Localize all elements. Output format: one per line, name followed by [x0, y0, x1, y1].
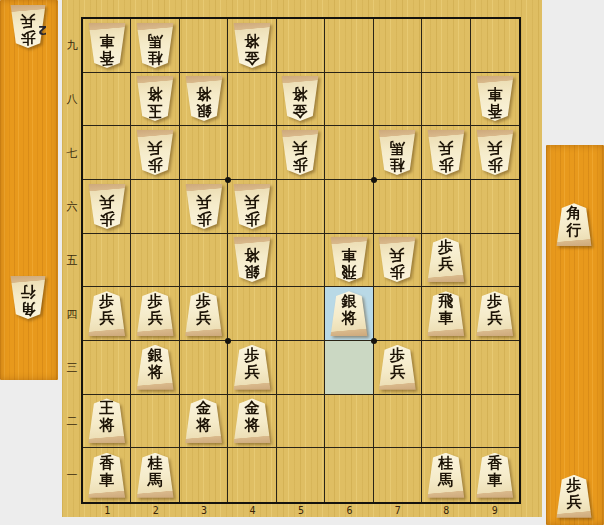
file-label-7: 7 — [374, 503, 422, 517]
square-file8-rank7[interactable]: 歩兵 — [422, 126, 470, 180]
piece-pawn-gote: 歩兵 — [232, 345, 272, 390]
square-file2-rank5[interactable] — [131, 234, 179, 288]
square-file7-rank9[interactable] — [374, 19, 422, 73]
sente-hand-stand: 歩兵2角行 — [0, 0, 58, 380]
square-file9-rank8[interactable]: 香車 — [471, 73, 519, 127]
file-label-2: 2 — [131, 503, 179, 517]
square-file6-rank3[interactable] — [325, 341, 373, 395]
piece-silver-sente: 銀将 — [184, 76, 224, 121]
square-file1-rank9[interactable]: 香車 — [83, 19, 131, 73]
square-file7-rank3[interactable]: 歩兵 — [374, 341, 422, 395]
square-file3-rank8[interactable]: 銀将 — [180, 73, 228, 127]
square-file7-rank7[interactable]: 桂馬 — [374, 126, 422, 180]
square-file6-rank6[interactable] — [325, 180, 373, 234]
square-file5-rank5[interactable] — [277, 234, 325, 288]
square-file1-rank8[interactable] — [83, 73, 131, 127]
square-file4-rank6[interactable]: 歩兵 — [228, 180, 276, 234]
square-file3-rank4[interactable]: 歩兵 — [180, 287, 228, 341]
piece-pawn-gote: 歩兵 — [135, 291, 175, 336]
piece-knight-gote: 桂馬 — [426, 453, 466, 498]
piece-gold-gote: 金将 — [184, 398, 224, 443]
square-file5-rank8[interactable]: 金将 — [277, 73, 325, 127]
piece-pawn-sente: 歩兵 — [280, 130, 320, 175]
square-file5-rank9[interactable] — [277, 19, 325, 73]
piece-pawn-sente: 歩兵 — [232, 184, 272, 229]
piece-king-gote: 王将 — [87, 398, 127, 443]
piece-silver-gote: 銀将 — [135, 345, 175, 390]
piece-pawn-sente: 歩兵 — [184, 184, 224, 229]
square-file9-rank5[interactable] — [471, 234, 519, 288]
square-file7-rank8[interactable] — [374, 73, 422, 127]
gote-hand-stand: 角行歩兵 — [546, 145, 604, 525]
square-file6-rank2[interactable] — [325, 395, 373, 449]
square-file9-rank3[interactable] — [471, 341, 519, 395]
square-file7-rank4[interactable] — [374, 287, 422, 341]
square-file4-rank1[interactable] — [228, 448, 276, 502]
square-file4-rank9[interactable]: 金将 — [228, 19, 276, 73]
square-file2-rank1[interactable]: 桂馬 — [131, 448, 179, 502]
piece-pawn-gote: 歩兵 — [426, 237, 466, 282]
square-file2-rank9[interactable]: 桂馬 — [131, 19, 179, 73]
file-label-5: 5 — [277, 503, 325, 517]
square-file7-rank6[interactable] — [374, 180, 422, 234]
square-file9-rank2[interactable] — [471, 395, 519, 449]
square-file8-rank3[interactable] — [422, 341, 470, 395]
square-file5-rank7[interactable]: 歩兵 — [277, 126, 325, 180]
piece-lance-sente: 香車 — [87, 23, 127, 68]
square-file5-rank2[interactable] — [277, 395, 325, 449]
piece-gold-gote: 金将 — [232, 398, 272, 443]
square-file9-rank6[interactable] — [471, 180, 519, 234]
square-file3-rank3[interactable] — [180, 341, 228, 395]
square-file1-rank6[interactable]: 歩兵 — [83, 180, 131, 234]
file-label-9: 9 — [471, 503, 519, 517]
square-file7-rank5[interactable]: 歩兵 — [374, 234, 422, 288]
square-file8-rank4[interactable]: 飛車 — [422, 287, 470, 341]
hand-piece-bishop-sente[interactable]: 角行 — [9, 276, 47, 319]
square-file8-rank8[interactable] — [422, 73, 470, 127]
square-file6-rank9[interactable] — [325, 19, 373, 73]
piece-knight-gote: 桂馬 — [135, 453, 175, 498]
piece-pawn-sente: 歩兵 — [87, 184, 127, 229]
piece-knight-sente: 桂馬 — [377, 130, 417, 175]
square-file3-rank1[interactable] — [180, 448, 228, 502]
square-file5-rank1[interactable] — [277, 448, 325, 502]
piece-silver-gote: 銀将 — [329, 291, 369, 336]
file-label-8: 8 — [422, 503, 470, 517]
square-file2-rank8[interactable]: 玉将 — [131, 73, 179, 127]
square-file8-rank5[interactable]: 歩兵 — [422, 234, 470, 288]
square-file1-rank4[interactable]: 歩兵 — [83, 287, 131, 341]
square-file6-rank4[interactable]: 銀将 — [325, 287, 373, 341]
shogi-board: 九八七六五四三二一 香車桂馬金将玉将銀将金将香車歩兵歩兵桂馬歩兵歩兵歩兵歩兵歩兵… — [62, 0, 542, 517]
rank-label-8: 八 — [62, 73, 82, 127]
piece-gold-sente: 金将 — [232, 23, 272, 68]
square-file4-rank7[interactable] — [228, 126, 276, 180]
square-file2-rank6[interactable] — [131, 180, 179, 234]
square-file6-rank7[interactable] — [325, 126, 373, 180]
square-file1-rank2[interactable]: 王将 — [83, 395, 131, 449]
square-file3-rank6[interactable]: 歩兵 — [180, 180, 228, 234]
rank-label-6: 六 — [62, 180, 82, 234]
piece-pawn-sente: 歩兵 — [377, 237, 417, 282]
file-label-3: 3 — [180, 503, 228, 517]
piece-knight-sente: 桂馬 — [135, 23, 175, 68]
rank-label-3: 三 — [62, 341, 82, 395]
square-file7-rank1[interactable] — [374, 448, 422, 502]
piece-pawn-gote: 歩兵 — [184, 291, 224, 336]
square-file3-rank5[interactable] — [180, 234, 228, 288]
square-file3-rank7[interactable] — [180, 126, 228, 180]
hand-piece-count: 2 — [38, 23, 47, 38]
square-file6-rank1[interactable] — [325, 448, 373, 502]
piece-silver-sente: 銀将 — [232, 237, 272, 282]
hand-piece-bishop-gote[interactable]: 角行 — [555, 203, 593, 246]
piece-lance-gote: 香車 — [87, 453, 127, 498]
square-file9-rank1[interactable]: 香車 — [471, 448, 519, 502]
square-file6-rank5[interactable]: 飛車 — [325, 234, 373, 288]
square-file8-rank6[interactable] — [422, 180, 470, 234]
square-file4-rank5[interactable]: 銀将 — [228, 234, 276, 288]
square-file3-rank2[interactable]: 金将 — [180, 395, 228, 449]
rank-labels: 九八七六五四三二一 — [62, 19, 82, 502]
square-file2-rank4[interactable]: 歩兵 — [131, 287, 179, 341]
piece-rook-gote: 飛車 — [426, 291, 466, 336]
square-file4-rank3[interactable]: 歩兵 — [228, 341, 276, 395]
piece-pawn-sente: 歩兵 — [135, 130, 175, 175]
shogi-game-screen: 歩兵2角行 九八七六五四三二一 香車桂馬金将玉将銀将金将香車歩兵歩兵桂馬歩兵歩兵… — [0, 0, 604, 525]
star-point — [371, 338, 377, 344]
square-file6-rank8[interactable] — [325, 73, 373, 127]
square-file2-rank7[interactable]: 歩兵 — [131, 126, 179, 180]
rank-label-2: 二 — [62, 395, 82, 449]
square-file8-rank1[interactable]: 桂馬 — [422, 448, 470, 502]
rank-label-7: 七 — [62, 126, 82, 180]
rank-label-9: 九 — [62, 19, 82, 73]
rank-label-1: 一 — [62, 448, 82, 502]
file-label-6: 6 — [325, 503, 373, 517]
file-labels: 123456789 — [83, 503, 519, 517]
square-file7-rank2[interactable] — [374, 395, 422, 449]
square-file1-rank7[interactable] — [83, 126, 131, 180]
piece-pawn-sente: 歩兵 — [475, 130, 515, 175]
rank-label-4: 四 — [62, 287, 82, 341]
square-file8-rank9[interactable] — [422, 19, 470, 73]
square-file1-rank5[interactable] — [83, 234, 131, 288]
star-point — [371, 177, 377, 183]
rank-label-5: 五 — [62, 234, 82, 288]
square-file9-rank4[interactable]: 歩兵 — [471, 287, 519, 341]
file-label-1: 1 — [83, 503, 131, 517]
square-file5-rank6[interactable] — [277, 180, 325, 234]
piece-rook-sente: 飛車 — [329, 237, 369, 282]
piece-pawn-gote: 歩兵 — [87, 291, 127, 336]
square-file2-rank2[interactable] — [131, 395, 179, 449]
file-label-4: 4 — [228, 503, 276, 517]
square-file5-rank4[interactable] — [277, 287, 325, 341]
piece-lance-sente: 香車 — [475, 76, 515, 121]
board-grid: 香車桂馬金将玉将銀将金将香車歩兵歩兵桂馬歩兵歩兵歩兵歩兵歩兵銀将飛車歩兵歩兵歩兵… — [81, 17, 521, 504]
piece-lance-gote: 香車 — [475, 453, 515, 498]
square-file8-rank2[interactable] — [422, 395, 470, 449]
piece-pawn-gote: 歩兵 — [377, 345, 417, 390]
square-file2-rank3[interactable]: 銀将 — [131, 341, 179, 395]
square-file4-rank4[interactable] — [228, 287, 276, 341]
square-file1-rank3[interactable] — [83, 341, 131, 395]
square-file1-rank1[interactable]: 香車 — [83, 448, 131, 502]
piece-pawn-gote: 歩兵 — [475, 291, 515, 336]
hand-piece-pawn-gote[interactable]: 歩兵 — [555, 475, 593, 518]
square-file4-rank8[interactable] — [228, 73, 276, 127]
square-file9-rank7[interactable]: 歩兵 — [471, 126, 519, 180]
square-file5-rank3[interactable] — [277, 341, 325, 395]
piece-gold-sente: 金将 — [280, 76, 320, 121]
piece-king-sente: 玉将 — [135, 76, 175, 121]
square-file4-rank2[interactable]: 金将 — [228, 395, 276, 449]
square-file3-rank9[interactable] — [180, 19, 228, 73]
square-file9-rank9[interactable] — [471, 19, 519, 73]
piece-pawn-sente: 歩兵 — [426, 130, 466, 175]
